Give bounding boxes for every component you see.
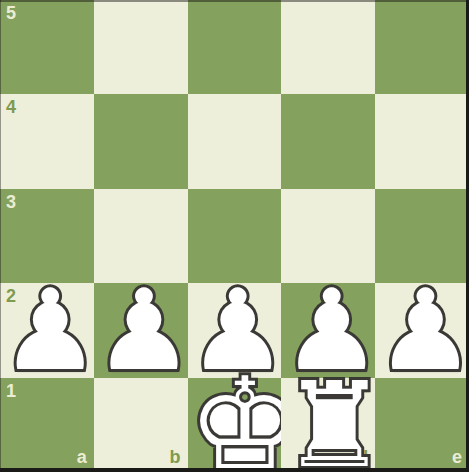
file-label-a: a: [77, 448, 87, 466]
square-e2[interactable]: [375, 283, 469, 377]
square-b5[interactable]: [94, 0, 188, 94]
square-c2[interactable]: [188, 283, 282, 377]
square-e1[interactable]: e: [375, 378, 469, 472]
square-a1[interactable]: 1a: [0, 378, 94, 472]
square-a3[interactable]: 3: [0, 189, 94, 283]
white-pawn[interactable]: [375, 283, 469, 377]
square-c4[interactable]: [188, 94, 282, 188]
white-pawn[interactable]: [0, 283, 94, 377]
square-d5[interactable]: [281, 0, 375, 94]
white-pawn[interactable]: [281, 283, 375, 377]
chess-board-screenshot: 54321abcde: [0, 0, 469, 472]
square-d4[interactable]: [281, 94, 375, 188]
white-pawn[interactable]: [94, 283, 188, 377]
file-label-b: b: [170, 448, 181, 466]
square-a4[interactable]: 4: [0, 94, 94, 188]
white-pawn[interactable]: [188, 283, 282, 377]
file-label-e: e: [452, 448, 462, 466]
square-a2[interactable]: 2: [0, 283, 94, 377]
square-e4[interactable]: [375, 94, 469, 188]
square-b1[interactable]: b: [94, 378, 188, 472]
square-d3[interactable]: [281, 189, 375, 283]
square-e3[interactable]: [375, 189, 469, 283]
square-e5[interactable]: [375, 0, 469, 94]
square-b4[interactable]: [94, 94, 188, 188]
rank-label-5: 5: [6, 4, 16, 22]
square-d2[interactable]: [281, 283, 375, 377]
square-d1[interactable]: d: [281, 378, 375, 472]
white-king[interactable]: [188, 378, 282, 472]
rank-label-3: 3: [6, 193, 16, 211]
square-c1[interactable]: c: [188, 378, 282, 472]
rank-label-1: 1: [6, 382, 16, 400]
square-b2[interactable]: [94, 283, 188, 377]
square-b3[interactable]: [94, 189, 188, 283]
rank-label-4: 4: [6, 98, 16, 116]
square-c3[interactable]: [188, 189, 282, 283]
square-c5[interactable]: [188, 0, 282, 94]
chess-board: 54321abcde: [0, 0, 469, 472]
square-a5[interactable]: 5: [0, 0, 94, 94]
white-rook[interactable]: [281, 378, 375, 472]
